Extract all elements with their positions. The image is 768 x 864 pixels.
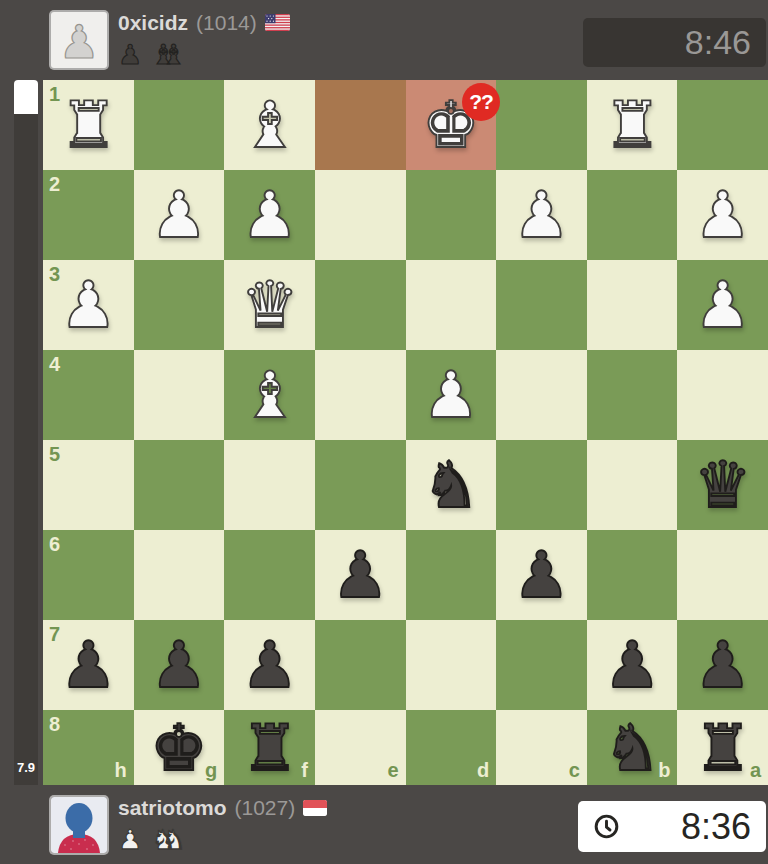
piece-black-king-g8[interactable]: ♚ bbox=[150, 716, 207, 780]
top-player-rating: (1014) bbox=[196, 11, 257, 35]
piece-white-bishop-f1[interactable]: ♝ bbox=[241, 93, 298, 157]
square-c8[interactable]: c bbox=[496, 710, 587, 785]
square-h4[interactable]: 4 bbox=[43, 350, 134, 440]
bottom-player-bar: satriotomo (1027) ♟ ♞♞ 8:36 bbox=[0, 785, 768, 864]
piece-black-pawn-g7[interactable]: ♟ bbox=[150, 633, 207, 697]
square-g1[interactable] bbox=[134, 80, 225, 170]
square-e5[interactable] bbox=[315, 440, 406, 530]
bottom-player-clock-time: 8:36 bbox=[681, 806, 751, 848]
square-b7[interactable]: ♟ bbox=[587, 620, 678, 710]
piece-white-pawn-h3[interactable]: ♟ bbox=[60, 273, 117, 337]
default-pawn-avatar-icon: ♟ bbox=[58, 19, 99, 65]
file-label-d: d bbox=[477, 760, 489, 780]
file-label-a: a bbox=[750, 760, 761, 780]
top-player-clock: 8:46 bbox=[583, 18, 766, 67]
piece-black-pawn-c6[interactable]: ♟ bbox=[513, 543, 570, 607]
file-label-f: f bbox=[301, 760, 308, 780]
square-d7[interactable] bbox=[406, 620, 497, 710]
piece-white-pawn-d4[interactable]: ♟ bbox=[422, 363, 479, 427]
square-f5[interactable] bbox=[224, 440, 315, 530]
top-player-name[interactable]: 0xicidz bbox=[118, 11, 188, 35]
square-a7[interactable]: ♟ bbox=[677, 620, 768, 710]
top-player-info: 0xicidz (1014) bbox=[118, 9, 290, 68]
piece-white-pawn-a2[interactable]: ♟ bbox=[694, 183, 751, 247]
blunder-badge: ?? bbox=[462, 83, 500, 121]
square-h5[interactable]: 5 bbox=[43, 440, 134, 530]
rank-label-4: 4 bbox=[49, 354, 60, 374]
top-player-bar: ♟ 0xicidz (1014) bbox=[0, 0, 768, 80]
square-f8[interactable]: f♜ bbox=[224, 710, 315, 785]
square-c4[interactable] bbox=[496, 350, 587, 440]
square-f6[interactable] bbox=[224, 530, 315, 620]
square-a2[interactable]: ♟ bbox=[677, 170, 768, 260]
square-a8[interactable]: a♜ bbox=[677, 710, 768, 785]
captured-white-pawn-icon: ♟ bbox=[118, 826, 142, 853]
square-h1[interactable]: 1♜ bbox=[43, 80, 134, 170]
square-h8[interactable]: 8h bbox=[43, 710, 134, 785]
square-a6[interactable] bbox=[677, 530, 768, 620]
square-b4[interactable] bbox=[587, 350, 678, 440]
captured-white-knights-icon: ♞♞ bbox=[151, 826, 185, 853]
evaluation-bar: 7.9 bbox=[14, 80, 38, 805]
chess-app: ♟ 0xicidz (1014) bbox=[0, 0, 768, 864]
file-label-c: c bbox=[569, 760, 580, 780]
square-e3[interactable] bbox=[315, 260, 406, 350]
square-g4[interactable] bbox=[134, 350, 225, 440]
square-f2[interactable]: ♟ bbox=[224, 170, 315, 260]
us-flag-icon bbox=[265, 14, 290, 31]
square-b2[interactable] bbox=[587, 170, 678, 260]
square-e6[interactable]: ♟ bbox=[315, 530, 406, 620]
piece-black-pawn-b7[interactable]: ♟ bbox=[603, 633, 660, 697]
rank-label-2: 2 bbox=[49, 174, 60, 194]
square-f4[interactable]: ♝ bbox=[224, 350, 315, 440]
square-e4[interactable] bbox=[315, 350, 406, 440]
rank-label-8: 8 bbox=[49, 714, 60, 734]
square-c7[interactable] bbox=[496, 620, 587, 710]
rank-label-1: 1 bbox=[49, 84, 60, 104]
indonesia-flag-icon bbox=[303, 800, 327, 816]
bottom-player-captured-pieces: ♟ ♞♞ bbox=[118, 822, 327, 853]
bottom-player-avatar[interactable] bbox=[51, 797, 107, 853]
square-h7[interactable]: 7♟ bbox=[43, 620, 134, 710]
square-d2[interactable] bbox=[406, 170, 497, 260]
piece-black-rook-a8[interactable]: ♜ bbox=[694, 716, 751, 780]
square-a1[interactable] bbox=[677, 80, 768, 170]
square-b8[interactable]: b♞ bbox=[587, 710, 678, 785]
square-c5[interactable] bbox=[496, 440, 587, 530]
square-e1[interactable] bbox=[315, 80, 406, 170]
square-c2[interactable]: ♟ bbox=[496, 170, 587, 260]
square-f1[interactable]: ♝ bbox=[224, 80, 315, 170]
file-label-e: e bbox=[387, 760, 398, 780]
square-d5[interactable]: ♞ bbox=[406, 440, 497, 530]
square-h3[interactable]: 3♟ bbox=[43, 260, 134, 350]
evaluation-white-portion bbox=[14, 80, 38, 114]
square-g2[interactable]: ♟ bbox=[134, 170, 225, 260]
bottom-player-rating: (1027) bbox=[235, 796, 296, 820]
square-a3[interactable]: ♟ bbox=[677, 260, 768, 350]
piece-black-pawn-a7[interactable]: ♟ bbox=[694, 633, 751, 697]
square-g6[interactable] bbox=[134, 530, 225, 620]
bottom-player-name[interactable]: satriotomo bbox=[118, 796, 227, 820]
person-avatar-icon bbox=[51, 797, 107, 853]
square-c6[interactable]: ♟ bbox=[496, 530, 587, 620]
captured-black-bishops-icon: ♝♝ bbox=[151, 41, 185, 68]
square-h2[interactable]: 2 bbox=[43, 170, 134, 260]
square-c3[interactable] bbox=[496, 260, 587, 350]
square-c1[interactable] bbox=[496, 80, 587, 170]
piece-white-queen-f3[interactable]: ♛ bbox=[241, 273, 298, 337]
square-e7[interactable] bbox=[315, 620, 406, 710]
square-h6[interactable]: 6 bbox=[43, 530, 134, 620]
rank-label-3: 3 bbox=[49, 264, 60, 284]
square-e2[interactable] bbox=[315, 170, 406, 260]
square-d3[interactable] bbox=[406, 260, 497, 350]
square-d8[interactable]: d bbox=[406, 710, 497, 785]
piece-white-pawn-c2[interactable]: ♟ bbox=[513, 183, 570, 247]
captured-black-pawn-icon: ♟ bbox=[118, 41, 142, 68]
piece-white-pawn-f2[interactable]: ♟ bbox=[241, 183, 298, 247]
square-d1[interactable]: ♚?? bbox=[406, 80, 497, 170]
piece-black-knight-b8[interactable]: ♞ bbox=[603, 716, 660, 780]
square-d6[interactable] bbox=[406, 530, 497, 620]
piece-white-rook-b1[interactable]: ♜ bbox=[603, 93, 660, 157]
square-b6[interactable] bbox=[587, 530, 678, 620]
rank-label-6: 6 bbox=[49, 534, 60, 554]
square-a4[interactable] bbox=[677, 350, 768, 440]
bottom-player-info: satriotomo (1027) ♟ ♞♞ bbox=[118, 794, 327, 853]
square-f7[interactable]: ♟ bbox=[224, 620, 315, 710]
square-b1[interactable]: ♜ bbox=[587, 80, 678, 170]
bottom-player-clock: 8:36 bbox=[578, 801, 766, 852]
square-g5[interactable] bbox=[134, 440, 225, 530]
piece-black-pawn-f7[interactable]: ♟ bbox=[241, 633, 298, 697]
piece-black-queen-a5[interactable]: ♛ bbox=[694, 453, 751, 517]
square-b5[interactable] bbox=[587, 440, 678, 530]
top-player-captured-pieces: ♟ ♝♝ bbox=[118, 37, 290, 68]
square-a5[interactable]: ♛ bbox=[677, 440, 768, 530]
chess-board: 1♜♝♚??♜2♟♟♟♟3♟♛♟4♝♟5♞♛6♟♟7♟♟♟♟♟8hg♚f♜edc… bbox=[43, 80, 768, 785]
piece-white-pawn-a3[interactable]: ♟ bbox=[694, 273, 751, 337]
rank-label-5: 5 bbox=[49, 444, 60, 464]
top-player-avatar[interactable]: ♟ bbox=[51, 12, 107, 68]
piece-white-bishop-f4[interactable]: ♝ bbox=[241, 363, 298, 427]
piece-black-pawn-h7[interactable]: ♟ bbox=[60, 633, 117, 697]
file-label-h: h bbox=[114, 760, 126, 780]
piece-white-pawn-g2[interactable]: ♟ bbox=[150, 183, 207, 247]
square-g3[interactable] bbox=[134, 260, 225, 350]
square-e8[interactable]: e bbox=[315, 710, 406, 785]
square-d4[interactable]: ♟ bbox=[406, 350, 497, 440]
piece-black-rook-f8[interactable]: ♜ bbox=[241, 716, 298, 780]
square-g7[interactable]: ♟ bbox=[134, 620, 225, 710]
square-g8[interactable]: g♚ bbox=[134, 710, 225, 785]
clock-icon bbox=[593, 813, 620, 840]
piece-white-rook-h1[interactable]: ♜ bbox=[60, 93, 117, 157]
rank-label-7: 7 bbox=[49, 624, 60, 644]
piece-black-knight-d5[interactable]: ♞ bbox=[422, 453, 479, 517]
evaluation-score: 7.9 bbox=[14, 760, 38, 775]
piece-black-pawn-e6[interactable]: ♟ bbox=[332, 543, 389, 607]
square-f3[interactable]: ♛ bbox=[224, 260, 315, 350]
square-b3[interactable] bbox=[587, 260, 678, 350]
